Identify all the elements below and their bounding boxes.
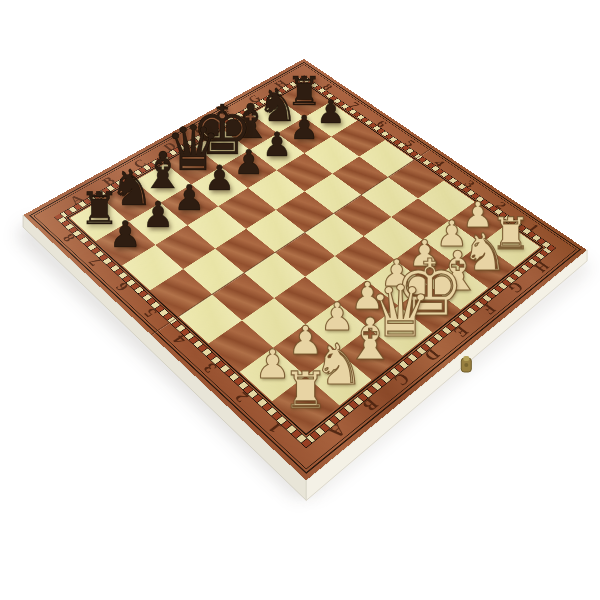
piece-black-pawn-d7[interactable]: ♟	[204, 162, 235, 197]
piece-black-pawn-h7[interactable]: ♟	[316, 96, 345, 128]
piece-black-pawn-c7[interactable]: ♟	[174, 179, 206, 214]
piece-black-pawn-a7[interactable]: ♟	[109, 217, 142, 254]
piece-black-pawn-e7[interactable]: ♟	[234, 144, 264, 178]
pieces-layer: ♜♞♟♝♟♚♟♛♟♝♟♞♟♜♟♟♟♟♜♟♞♟♝♟♚♟♛♟♝♟♞♜	[0, 0, 600, 600]
piece-black-pawn-b7[interactable]: ♟	[142, 198, 174, 234]
piece-black-pawn-g7[interactable]: ♟	[290, 112, 320, 145]
piece-black-pawn-f7[interactable]: ♟	[262, 128, 292, 162]
piece-white-rook-a1[interactable]: ♜	[283, 365, 329, 416]
chess-set-photo: Folding wooden chess set — pieces in sta…	[0, 0, 600, 600]
